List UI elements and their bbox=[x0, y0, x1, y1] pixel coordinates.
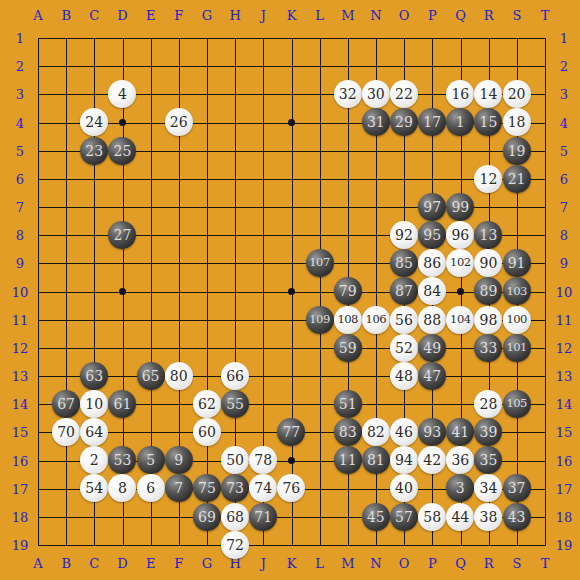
stone-white-24[interactable]: 24 bbox=[80, 108, 108, 136]
stone-black-25[interactable]: 25 bbox=[108, 137, 136, 165]
intersection-P18[interactable]: 58 bbox=[418, 503, 446, 531]
intersection-A4[interactable] bbox=[24, 108, 52, 136]
stone-white-76[interactable]: 76 bbox=[277, 474, 305, 502]
intersection-J9[interactable] bbox=[249, 249, 277, 277]
intersection-T7[interactable] bbox=[531, 193, 559, 221]
stone-black-105[interactable]: 105 bbox=[503, 390, 531, 418]
intersection-R7[interactable] bbox=[474, 193, 502, 221]
stone-white-50[interactable]: 50 bbox=[221, 446, 249, 474]
intersection-Q3[interactable]: 16 bbox=[446, 80, 474, 108]
intersection-K8[interactable] bbox=[277, 221, 305, 249]
intersection-N16[interactable]: 81 bbox=[362, 446, 390, 474]
intersection-C7[interactable] bbox=[80, 193, 108, 221]
stone-black-1[interactable]: 1 bbox=[446, 108, 474, 136]
intersection-G2[interactable] bbox=[193, 52, 221, 80]
stone-white-94[interactable]: 94 bbox=[390, 446, 418, 474]
intersection-L15[interactable] bbox=[305, 418, 333, 446]
intersection-S18[interactable]: 43 bbox=[503, 503, 531, 531]
intersection-L9[interactable]: 107 bbox=[305, 249, 333, 277]
intersection-O17[interactable]: 40 bbox=[390, 474, 418, 502]
intersection-B1[interactable] bbox=[52, 24, 80, 52]
intersection-H8[interactable] bbox=[221, 221, 249, 249]
stone-white-2[interactable]: 2 bbox=[80, 446, 108, 474]
stone-white-98[interactable]: 98 bbox=[474, 306, 502, 334]
intersection-H1[interactable] bbox=[221, 24, 249, 52]
intersection-C18[interactable] bbox=[80, 503, 108, 531]
stone-white-60[interactable]: 60 bbox=[193, 418, 221, 446]
intersection-S14[interactable]: 105 bbox=[503, 390, 531, 418]
stone-white-32[interactable]: 32 bbox=[334, 80, 362, 108]
stone-white-14[interactable]: 14 bbox=[474, 80, 502, 108]
intersection-O3[interactable]: 22 bbox=[390, 80, 418, 108]
intersection-R3[interactable]: 14 bbox=[474, 80, 502, 108]
intersection-S8[interactable] bbox=[503, 221, 531, 249]
intersection-H11[interactable] bbox=[221, 305, 249, 333]
intersection-N11[interactable]: 106 bbox=[362, 305, 390, 333]
intersection-M9[interactable] bbox=[334, 249, 362, 277]
intersection-D8[interactable]: 27 bbox=[108, 221, 136, 249]
intersection-D7[interactable] bbox=[108, 193, 136, 221]
intersection-K3[interactable] bbox=[277, 80, 305, 108]
intersection-T8[interactable] bbox=[531, 221, 559, 249]
intersection-G17[interactable]: 75 bbox=[193, 474, 221, 502]
intersection-L2[interactable] bbox=[305, 52, 333, 80]
intersection-H14[interactable]: 55 bbox=[221, 390, 249, 418]
intersection-Q14[interactable] bbox=[446, 390, 474, 418]
intersection-S11[interactable]: 100 bbox=[503, 305, 531, 333]
intersection-D13[interactable] bbox=[108, 362, 136, 390]
intersection-C3[interactable] bbox=[80, 80, 108, 108]
intersection-T10[interactable] bbox=[531, 277, 559, 305]
intersection-J12[interactable] bbox=[249, 334, 277, 362]
intersection-J16[interactable]: 78 bbox=[249, 446, 277, 474]
stone-black-35[interactable]: 35 bbox=[474, 446, 502, 474]
intersection-M14[interactable]: 51 bbox=[334, 390, 362, 418]
intersection-D6[interactable] bbox=[108, 165, 136, 193]
intersection-R1[interactable] bbox=[474, 24, 502, 52]
intersection-Q7[interactable]: 99 bbox=[446, 193, 474, 221]
stone-black-41[interactable]: 41 bbox=[446, 418, 474, 446]
intersection-B11[interactable] bbox=[52, 305, 80, 333]
intersection-R17[interactable]: 34 bbox=[474, 474, 502, 502]
intersection-A1[interactable] bbox=[24, 24, 52, 52]
intersection-O10[interactable]: 87 bbox=[390, 277, 418, 305]
intersection-E16[interactable]: 5 bbox=[137, 446, 165, 474]
intersection-P8[interactable]: 95 bbox=[418, 221, 446, 249]
stone-black-3[interactable]: 3 bbox=[446, 474, 474, 502]
intersection-E13[interactable]: 65 bbox=[137, 362, 165, 390]
intersection-L6[interactable] bbox=[305, 165, 333, 193]
intersection-F5[interactable] bbox=[165, 137, 193, 165]
intersection-T9[interactable] bbox=[531, 249, 559, 277]
intersection-E1[interactable] bbox=[137, 24, 165, 52]
intersection-O2[interactable] bbox=[390, 52, 418, 80]
intersection-H9[interactable] bbox=[221, 249, 249, 277]
intersection-Q11[interactable]: 104 bbox=[446, 305, 474, 333]
stone-black-5[interactable]: 5 bbox=[137, 446, 165, 474]
intersection-T4[interactable] bbox=[531, 108, 559, 136]
stone-black-79[interactable]: 79 bbox=[334, 277, 362, 305]
intersection-K13[interactable] bbox=[277, 362, 305, 390]
intersection-C10[interactable] bbox=[80, 277, 108, 305]
stone-black-39[interactable]: 39 bbox=[474, 418, 502, 446]
intersection-F14[interactable] bbox=[165, 390, 193, 418]
intersection-F1[interactable] bbox=[165, 24, 193, 52]
intersection-E5[interactable] bbox=[137, 137, 165, 165]
intersection-P13[interactable]: 47 bbox=[418, 362, 446, 390]
intersection-Q13[interactable] bbox=[446, 362, 474, 390]
stone-black-67[interactable]: 67 bbox=[52, 390, 80, 418]
intersection-G9[interactable] bbox=[193, 249, 221, 277]
intersection-N15[interactable]: 82 bbox=[362, 418, 390, 446]
intersection-J17[interactable]: 74 bbox=[249, 474, 277, 502]
intersection-M18[interactable] bbox=[334, 503, 362, 531]
intersection-C5[interactable]: 23 bbox=[80, 137, 108, 165]
intersection-H16[interactable]: 50 bbox=[221, 446, 249, 474]
intersection-Q1[interactable] bbox=[446, 24, 474, 52]
intersection-E8[interactable] bbox=[137, 221, 165, 249]
intersection-G6[interactable] bbox=[193, 165, 221, 193]
stone-white-82[interactable]: 82 bbox=[362, 418, 390, 446]
intersection-E18[interactable] bbox=[137, 503, 165, 531]
intersection-R2[interactable] bbox=[474, 52, 502, 80]
stone-white-12[interactable]: 12 bbox=[474, 165, 502, 193]
intersection-G16[interactable] bbox=[193, 446, 221, 474]
intersection-G5[interactable] bbox=[193, 137, 221, 165]
intersection-N4[interactable]: 31 bbox=[362, 108, 390, 136]
intersection-P4[interactable]: 17 bbox=[418, 108, 446, 136]
intersection-Q5[interactable] bbox=[446, 137, 474, 165]
stone-black-73[interactable]: 73 bbox=[221, 474, 249, 502]
intersection-B15[interactable]: 70 bbox=[52, 418, 80, 446]
intersection-F17[interactable]: 7 bbox=[165, 474, 193, 502]
intersection-S15[interactable] bbox=[503, 418, 531, 446]
intersection-B3[interactable] bbox=[52, 80, 80, 108]
stone-black-17[interactable]: 17 bbox=[418, 108, 446, 136]
stone-white-80[interactable]: 80 bbox=[165, 362, 193, 390]
intersection-B7[interactable] bbox=[52, 193, 80, 221]
intersection-B17[interactable] bbox=[52, 474, 80, 502]
stone-black-99[interactable]: 99 bbox=[446, 193, 474, 221]
intersection-D17[interactable]: 8 bbox=[108, 474, 136, 502]
intersection-D10[interactable] bbox=[108, 277, 136, 305]
intersection-D3[interactable]: 4 bbox=[108, 80, 136, 108]
stone-white-48[interactable]: 48 bbox=[390, 362, 418, 390]
intersection-A5[interactable] bbox=[24, 137, 52, 165]
stone-black-61[interactable]: 61 bbox=[108, 390, 136, 418]
stone-white-42[interactable]: 42 bbox=[418, 446, 446, 474]
intersection-B4[interactable] bbox=[52, 108, 80, 136]
intersection-B9[interactable] bbox=[52, 249, 80, 277]
intersection-J1[interactable] bbox=[249, 24, 277, 52]
intersection-F13[interactable]: 80 bbox=[165, 362, 193, 390]
intersection-Q9[interactable]: 102 bbox=[446, 249, 474, 277]
stone-white-66[interactable]: 66 bbox=[221, 362, 249, 390]
stone-white-6[interactable]: 6 bbox=[137, 474, 165, 502]
stone-white-88[interactable]: 88 bbox=[418, 306, 446, 334]
intersection-D1[interactable] bbox=[108, 24, 136, 52]
stone-black-7[interactable]: 7 bbox=[165, 474, 193, 502]
stone-white-104[interactable]: 104 bbox=[446, 306, 474, 334]
intersection-G8[interactable] bbox=[193, 221, 221, 249]
intersection-R8[interactable]: 13 bbox=[474, 221, 502, 249]
intersection-N8[interactable] bbox=[362, 221, 390, 249]
intersection-F4[interactable]: 26 bbox=[165, 108, 193, 136]
stone-white-28[interactable]: 28 bbox=[474, 390, 502, 418]
stone-white-96[interactable]: 96 bbox=[446, 221, 474, 249]
intersection-D9[interactable] bbox=[108, 249, 136, 277]
intersection-Q10[interactable] bbox=[446, 277, 474, 305]
intersection-J7[interactable] bbox=[249, 193, 277, 221]
intersection-K10[interactable] bbox=[277, 277, 305, 305]
intersection-P9[interactable]: 86 bbox=[418, 249, 446, 277]
intersection-D15[interactable] bbox=[108, 418, 136, 446]
intersection-H10[interactable] bbox=[221, 277, 249, 305]
stone-white-40[interactable]: 40 bbox=[390, 474, 418, 502]
intersection-A8[interactable] bbox=[24, 221, 52, 249]
stone-black-93[interactable]: 93 bbox=[418, 418, 446, 446]
stone-black-37[interactable]: 37 bbox=[503, 474, 531, 502]
intersection-F6[interactable] bbox=[165, 165, 193, 193]
intersection-T3[interactable] bbox=[531, 80, 559, 108]
intersection-N10[interactable] bbox=[362, 277, 390, 305]
intersection-M12[interactable]: 59 bbox=[334, 334, 362, 362]
stone-white-18[interactable]: 18 bbox=[503, 108, 531, 136]
intersection-A9[interactable] bbox=[24, 249, 52, 277]
intersection-K17[interactable]: 76 bbox=[277, 474, 305, 502]
stone-white-70[interactable]: 70 bbox=[52, 418, 80, 446]
intersection-N7[interactable] bbox=[362, 193, 390, 221]
intersection-M13[interactable] bbox=[334, 362, 362, 390]
intersection-B6[interactable] bbox=[52, 165, 80, 193]
intersection-B12[interactable] bbox=[52, 334, 80, 362]
intersection-L3[interactable] bbox=[305, 80, 333, 108]
stone-black-59[interactable]: 59 bbox=[334, 334, 362, 362]
intersection-D12[interactable] bbox=[108, 334, 136, 362]
stone-black-85[interactable]: 85 bbox=[390, 249, 418, 277]
stone-white-102[interactable]: 102 bbox=[446, 249, 474, 277]
stone-white-100[interactable]: 100 bbox=[503, 306, 531, 334]
intersection-O4[interactable]: 29 bbox=[390, 108, 418, 136]
intersection-O15[interactable]: 46 bbox=[390, 418, 418, 446]
intersection-M1[interactable] bbox=[334, 24, 362, 52]
intersection-G3[interactable] bbox=[193, 80, 221, 108]
intersection-R5[interactable] bbox=[474, 137, 502, 165]
stone-white-106[interactable]: 106 bbox=[362, 306, 390, 334]
intersection-E2[interactable] bbox=[137, 52, 165, 80]
stone-black-95[interactable]: 95 bbox=[418, 221, 446, 249]
stone-white-86[interactable]: 86 bbox=[418, 249, 446, 277]
intersection-O1[interactable] bbox=[390, 24, 418, 52]
stone-white-4[interactable]: 4 bbox=[108, 80, 136, 108]
intersection-R15[interactable]: 39 bbox=[474, 418, 502, 446]
intersection-R12[interactable]: 33 bbox=[474, 334, 502, 362]
intersection-E17[interactable]: 6 bbox=[137, 474, 165, 502]
intersection-O8[interactable]: 92 bbox=[390, 221, 418, 249]
stone-black-75[interactable]: 75 bbox=[193, 474, 221, 502]
intersection-G12[interactable] bbox=[193, 334, 221, 362]
intersection-L12[interactable] bbox=[305, 334, 333, 362]
intersection-D2[interactable] bbox=[108, 52, 136, 80]
intersection-G13[interactable] bbox=[193, 362, 221, 390]
intersection-R9[interactable]: 90 bbox=[474, 249, 502, 277]
intersection-T14[interactable] bbox=[531, 390, 559, 418]
intersection-F11[interactable] bbox=[165, 305, 193, 333]
intersection-J10[interactable] bbox=[249, 277, 277, 305]
intersection-F10[interactable] bbox=[165, 277, 193, 305]
stone-white-46[interactable]: 46 bbox=[390, 418, 418, 446]
stone-black-109[interactable]: 109 bbox=[306, 306, 334, 334]
intersection-S16[interactable] bbox=[503, 446, 531, 474]
intersection-B5[interactable] bbox=[52, 137, 80, 165]
intersection-C1[interactable] bbox=[80, 24, 108, 52]
intersection-P3[interactable] bbox=[418, 80, 446, 108]
intersection-S13[interactable] bbox=[503, 362, 531, 390]
stone-white-92[interactable]: 92 bbox=[390, 221, 418, 249]
stone-black-101[interactable]: 101 bbox=[503, 334, 531, 362]
stone-black-53[interactable]: 53 bbox=[108, 446, 136, 474]
stone-black-23[interactable]: 23 bbox=[80, 137, 108, 165]
intersection-M7[interactable] bbox=[334, 193, 362, 221]
intersection-L14[interactable] bbox=[305, 390, 333, 418]
stone-white-44[interactable]: 44 bbox=[446, 503, 474, 531]
intersection-E9[interactable] bbox=[137, 249, 165, 277]
intersection-N9[interactable] bbox=[362, 249, 390, 277]
intersection-L11[interactable]: 109 bbox=[305, 305, 333, 333]
intersection-F9[interactable] bbox=[165, 249, 193, 277]
intersection-H5[interactable] bbox=[221, 137, 249, 165]
intersection-K1[interactable] bbox=[277, 24, 305, 52]
intersection-M16[interactable]: 11 bbox=[334, 446, 362, 474]
intersection-T5[interactable] bbox=[531, 137, 559, 165]
intersection-Q8[interactable]: 96 bbox=[446, 221, 474, 249]
stone-white-62[interactable]: 62 bbox=[193, 390, 221, 418]
intersection-D5[interactable]: 25 bbox=[108, 137, 136, 165]
intersection-L18[interactable] bbox=[305, 503, 333, 531]
intersection-C4[interactable]: 24 bbox=[80, 108, 108, 136]
intersection-K12[interactable] bbox=[277, 334, 305, 362]
intersection-H6[interactable] bbox=[221, 165, 249, 193]
intersection-M5[interactable] bbox=[334, 137, 362, 165]
stone-white-78[interactable]: 78 bbox=[249, 446, 277, 474]
intersection-B2[interactable] bbox=[52, 52, 80, 80]
stone-white-16[interactable]: 16 bbox=[446, 80, 474, 108]
intersection-C15[interactable]: 64 bbox=[80, 418, 108, 446]
intersection-H17[interactable]: 73 bbox=[221, 474, 249, 502]
intersection-E3[interactable] bbox=[137, 80, 165, 108]
intersection-K6[interactable] bbox=[277, 165, 305, 193]
intersection-T15[interactable] bbox=[531, 418, 559, 446]
intersection-Q4[interactable]: 1 bbox=[446, 108, 474, 136]
intersection-J5[interactable] bbox=[249, 137, 277, 165]
stone-black-11[interactable]: 11 bbox=[334, 446, 362, 474]
intersection-G4[interactable] bbox=[193, 108, 221, 136]
intersection-F15[interactable] bbox=[165, 418, 193, 446]
stone-black-21[interactable]: 21 bbox=[503, 165, 531, 193]
intersection-L13[interactable] bbox=[305, 362, 333, 390]
intersection-P2[interactable] bbox=[418, 52, 446, 80]
intersection-F3[interactable] bbox=[165, 80, 193, 108]
intersection-R13[interactable] bbox=[474, 362, 502, 390]
intersection-F8[interactable] bbox=[165, 221, 193, 249]
intersection-J11[interactable] bbox=[249, 305, 277, 333]
intersection-K5[interactable] bbox=[277, 137, 305, 165]
intersection-G1[interactable] bbox=[193, 24, 221, 52]
intersection-F12[interactable] bbox=[165, 334, 193, 362]
intersection-F16[interactable]: 9 bbox=[165, 446, 193, 474]
stone-white-84[interactable]: 84 bbox=[418, 277, 446, 305]
intersection-E7[interactable] bbox=[137, 193, 165, 221]
stone-black-65[interactable]: 65 bbox=[137, 362, 165, 390]
intersection-S4[interactable]: 18 bbox=[503, 108, 531, 136]
stone-black-33[interactable]: 33 bbox=[474, 334, 502, 362]
intersection-D11[interactable] bbox=[108, 305, 136, 333]
stone-black-15[interactable]: 15 bbox=[474, 108, 502, 136]
intersection-L10[interactable] bbox=[305, 277, 333, 305]
intersection-J8[interactable] bbox=[249, 221, 277, 249]
stone-white-10[interactable]: 10 bbox=[80, 390, 108, 418]
intersection-K16[interactable] bbox=[277, 446, 305, 474]
stone-white-26[interactable]: 26 bbox=[165, 108, 193, 136]
intersection-K11[interactable] bbox=[277, 305, 305, 333]
stone-white-20[interactable]: 20 bbox=[503, 80, 531, 108]
intersection-E4[interactable] bbox=[137, 108, 165, 136]
intersection-Q15[interactable]: 41 bbox=[446, 418, 474, 446]
intersection-A7[interactable] bbox=[24, 193, 52, 221]
intersection-B10[interactable] bbox=[52, 277, 80, 305]
intersection-S2[interactable] bbox=[503, 52, 531, 80]
intersection-M6[interactable] bbox=[334, 165, 362, 193]
stone-black-91[interactable]: 91 bbox=[503, 249, 531, 277]
intersection-L8[interactable] bbox=[305, 221, 333, 249]
intersection-P12[interactable]: 49 bbox=[418, 334, 446, 362]
intersection-O11[interactable]: 56 bbox=[390, 305, 418, 333]
intersection-G14[interactable]: 62 bbox=[193, 390, 221, 418]
intersection-D14[interactable]: 61 bbox=[108, 390, 136, 418]
intersection-H7[interactable] bbox=[221, 193, 249, 221]
intersection-A2[interactable] bbox=[24, 52, 52, 80]
stone-black-51[interactable]: 51 bbox=[334, 390, 362, 418]
intersection-C8[interactable] bbox=[80, 221, 108, 249]
intersection-Q6[interactable] bbox=[446, 165, 474, 193]
intersection-C11[interactable] bbox=[80, 305, 108, 333]
stone-white-34[interactable]: 34 bbox=[474, 474, 502, 502]
intersection-E11[interactable] bbox=[137, 305, 165, 333]
intersection-O16[interactable]: 94 bbox=[390, 446, 418, 474]
intersection-R6[interactable]: 12 bbox=[474, 165, 502, 193]
intersection-N6[interactable] bbox=[362, 165, 390, 193]
intersection-M15[interactable]: 83 bbox=[334, 418, 362, 446]
stone-white-72[interactable]: 72 bbox=[221, 531, 249, 559]
intersection-J6[interactable] bbox=[249, 165, 277, 193]
intersection-O12[interactable]: 52 bbox=[390, 334, 418, 362]
intersection-K4[interactable] bbox=[277, 108, 305, 136]
stone-black-31[interactable]: 31 bbox=[362, 108, 390, 136]
intersection-L16[interactable] bbox=[305, 446, 333, 474]
intersection-J13[interactable] bbox=[249, 362, 277, 390]
stone-black-77[interactable]: 77 bbox=[277, 418, 305, 446]
stone-black-63[interactable]: 63 bbox=[80, 362, 108, 390]
intersection-S1[interactable] bbox=[503, 24, 531, 52]
stone-black-57[interactable]: 57 bbox=[390, 503, 418, 531]
intersection-S12[interactable]: 101 bbox=[503, 334, 531, 362]
intersection-P11[interactable]: 88 bbox=[418, 305, 446, 333]
intersection-K9[interactable] bbox=[277, 249, 305, 277]
intersection-L7[interactable] bbox=[305, 193, 333, 221]
intersection-K18[interactable] bbox=[277, 503, 305, 531]
stone-black-81[interactable]: 81 bbox=[362, 446, 390, 474]
intersection-G11[interactable] bbox=[193, 305, 221, 333]
